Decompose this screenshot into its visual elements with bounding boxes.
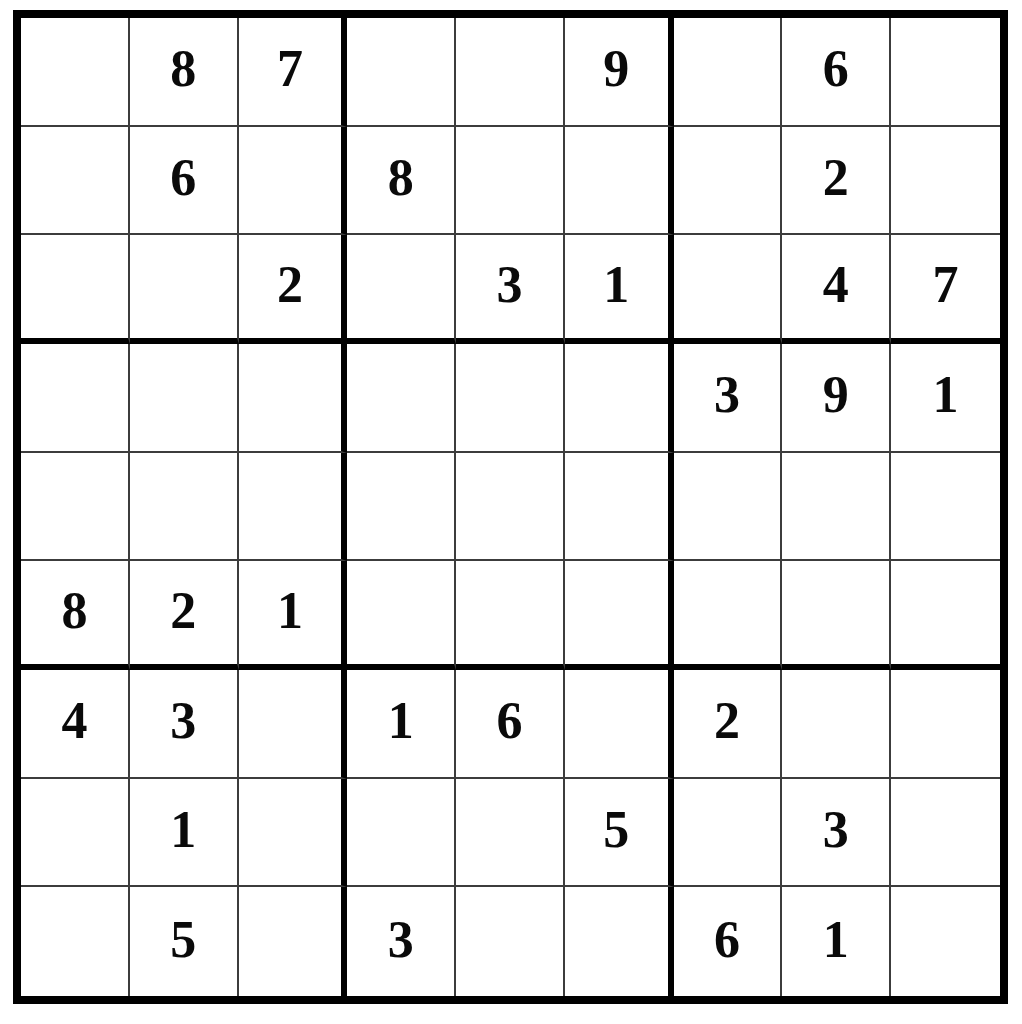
cell-r7c4-given: 1	[347, 670, 456, 779]
cell-r7c8-empty[interactable]	[782, 670, 891, 779]
cell-r4c1-empty[interactable]	[21, 344, 130, 453]
cell-r9c5-empty[interactable]	[456, 887, 565, 996]
cell-r5c6-empty[interactable]	[565, 453, 674, 562]
cell-r1c7-empty[interactable]	[674, 18, 783, 127]
cell-r6c6-empty[interactable]	[565, 561, 674, 670]
cell-r1c8-given: 6	[782, 18, 891, 127]
cell-r3c4-empty[interactable]	[347, 235, 456, 344]
cell-r1c4-empty[interactable]	[347, 18, 456, 127]
cell-r4c3-empty[interactable]	[239, 344, 348, 453]
cell-r1c2-given: 8	[130, 18, 239, 127]
cell-r6c8-empty[interactable]	[782, 561, 891, 670]
cell-r2c7-empty[interactable]	[674, 127, 783, 236]
cell-r4c2-empty[interactable]	[130, 344, 239, 453]
cell-r3c9-given: 7	[891, 235, 1000, 344]
cell-r9c7-given: 6	[674, 887, 783, 996]
cell-r2c4-given: 8	[347, 127, 456, 236]
cell-r8c1-empty[interactable]	[21, 779, 130, 888]
cell-r6c1-given: 8	[21, 561, 130, 670]
cell-r8c4-empty[interactable]	[347, 779, 456, 888]
cell-r5c9-empty[interactable]	[891, 453, 1000, 562]
cell-r3c6-given: 1	[565, 235, 674, 344]
cell-r4c7-given: 3	[674, 344, 783, 453]
cell-r3c2-empty[interactable]	[130, 235, 239, 344]
cell-r6c2-given: 2	[130, 561, 239, 670]
cell-r4c9-given: 1	[891, 344, 1000, 453]
cell-r1c6-given: 9	[565, 18, 674, 127]
cell-r3c8-given: 4	[782, 235, 891, 344]
cell-r7c9-empty[interactable]	[891, 670, 1000, 779]
cell-r4c6-empty[interactable]	[565, 344, 674, 453]
cell-r6c9-empty[interactable]	[891, 561, 1000, 670]
cell-r8c5-empty[interactable]	[456, 779, 565, 888]
cell-r9c2-given: 5	[130, 887, 239, 996]
cell-r8c6-given: 5	[565, 779, 674, 888]
cell-r2c3-empty[interactable]	[239, 127, 348, 236]
cell-r1c5-empty[interactable]	[456, 18, 565, 127]
cell-r3c7-empty[interactable]	[674, 235, 783, 344]
cell-r1c1-empty[interactable]	[21, 18, 130, 127]
cell-r7c1-given: 4	[21, 670, 130, 779]
cell-r8c9-empty[interactable]	[891, 779, 1000, 888]
cell-r9c6-empty[interactable]	[565, 887, 674, 996]
cell-r3c3-given: 2	[239, 235, 348, 344]
cell-r2c2-given: 6	[130, 127, 239, 236]
cell-r5c3-empty[interactable]	[239, 453, 348, 562]
cell-r7c7-given: 2	[674, 670, 783, 779]
cell-r2c8-given: 2	[782, 127, 891, 236]
cell-r2c1-empty[interactable]	[21, 127, 130, 236]
sudoku-page: 879668223147391821431621535361	[0, 0, 1022, 1004]
cell-r5c1-empty[interactable]	[21, 453, 130, 562]
cell-r5c7-empty[interactable]	[674, 453, 783, 562]
cell-r5c2-empty[interactable]	[130, 453, 239, 562]
cell-r9c3-empty[interactable]	[239, 887, 348, 996]
cell-r8c7-empty[interactable]	[674, 779, 783, 888]
cell-r1c3-given: 7	[239, 18, 348, 127]
cell-r3c1-empty[interactable]	[21, 235, 130, 344]
cell-r2c9-empty[interactable]	[891, 127, 1000, 236]
sudoku-board: 879668223147391821431621535361	[13, 10, 1008, 1004]
cell-r6c3-given: 1	[239, 561, 348, 670]
cell-r5c8-empty[interactable]	[782, 453, 891, 562]
cell-r6c7-empty[interactable]	[674, 561, 783, 670]
cell-r7c6-empty[interactable]	[565, 670, 674, 779]
cell-r4c8-given: 9	[782, 344, 891, 453]
cell-r2c6-empty[interactable]	[565, 127, 674, 236]
cell-r7c5-given: 6	[456, 670, 565, 779]
cell-r8c2-given: 1	[130, 779, 239, 888]
cell-r7c3-empty[interactable]	[239, 670, 348, 779]
cell-r5c4-empty[interactable]	[347, 453, 456, 562]
cell-r8c3-empty[interactable]	[239, 779, 348, 888]
cell-r4c4-empty[interactable]	[347, 344, 456, 453]
cell-r2c5-empty[interactable]	[456, 127, 565, 236]
cell-r9c9-empty[interactable]	[891, 887, 1000, 996]
cell-r3c5-given: 3	[456, 235, 565, 344]
cell-r8c8-given: 3	[782, 779, 891, 888]
cell-r6c4-empty[interactable]	[347, 561, 456, 670]
cell-r4c5-empty[interactable]	[456, 344, 565, 453]
cell-r6c5-empty[interactable]	[456, 561, 565, 670]
cell-r5c5-empty[interactable]	[456, 453, 565, 562]
cell-r7c2-given: 3	[130, 670, 239, 779]
cell-r1c9-empty[interactable]	[891, 18, 1000, 127]
cell-r9c8-given: 1	[782, 887, 891, 996]
cell-r9c1-empty[interactable]	[21, 887, 130, 996]
cell-r9c4-given: 3	[347, 887, 456, 996]
